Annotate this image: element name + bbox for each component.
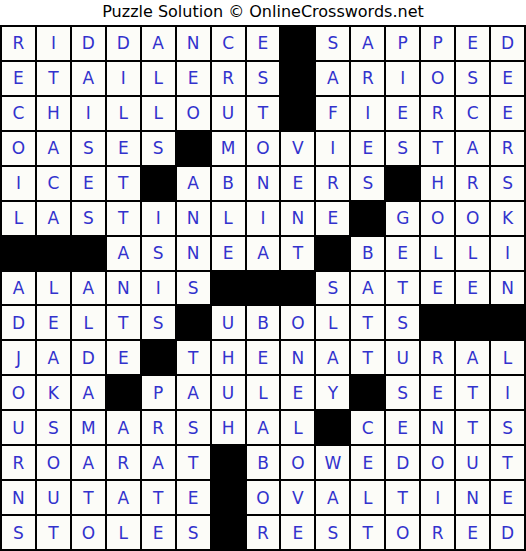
letter-cell: I [107,62,140,95]
letter-cell: T [72,481,105,514]
letter-cell: V [281,481,314,514]
letter-cell: T [142,481,175,514]
letter-cell: I [491,376,524,409]
letter-cell: E [37,306,70,339]
letter-cell: E [491,62,524,95]
letter-cell: O [247,481,280,514]
letter-cell: A [456,341,489,374]
letter-cell: S [177,516,210,549]
letter-cell: O [281,306,314,339]
letter-cell: A [351,27,384,60]
letter-cell: O [247,132,280,165]
letter-cell: P [386,27,419,60]
letter-cell: H [421,167,454,200]
letter-cell: E [351,446,384,479]
letter-cell: N [177,27,210,60]
puzzle-solution-page: Puzzle Solution © OnlineCrosswords.net R… [0,0,526,551]
letter-cell: A [247,237,280,270]
letter-cell: A [142,446,175,479]
letter-cell: L [247,376,280,409]
letter-cell: E [72,167,105,200]
letter-cell: Y [316,376,349,409]
letter-cell: U [37,481,70,514]
letter-cell: L [72,306,105,339]
letter-cell: A [107,237,140,270]
letter-cell: L [37,272,70,305]
black-cell [421,306,454,339]
letter-cell: R [142,411,175,444]
letter-cell: O [72,516,105,549]
letter-cell: S [142,306,175,339]
letter-cell: S [491,167,524,200]
black-cell [281,272,314,305]
letter-cell: I [72,97,105,130]
letter-cell: E [281,167,314,200]
black-cell [281,97,314,130]
letter-cell: S [142,237,175,270]
letter-cell: C [212,27,245,60]
letter-cell: S [316,516,349,549]
letter-cell: T [37,516,70,549]
black-cell [351,202,384,235]
letter-cell: N [421,411,454,444]
letter-cell: A [107,411,140,444]
letter-cell: O [456,202,489,235]
letter-cell: T [456,376,489,409]
letter-cell: R [2,27,35,60]
letter-cell: O [386,516,419,549]
letter-cell: E [281,516,314,549]
letter-cell: N [281,202,314,235]
letter-cell: A [37,202,70,235]
crossword-grid: RIDDANCESAPPEDETAILERSARIOSECHILLOUTFIER… [0,25,526,551]
letter-cell: O [421,446,454,479]
letter-cell: O [281,446,314,479]
black-cell [212,272,245,305]
black-cell [281,62,314,95]
letter-cell: N [107,272,140,305]
letter-cell: L [142,97,175,130]
letter-cell: M [212,132,245,165]
black-cell [177,132,210,165]
letter-cell: A [37,341,70,374]
letter-cell: L [491,341,524,374]
letter-cell: S [386,132,419,165]
letter-cell: T [456,411,489,444]
letter-cell: E [456,516,489,549]
black-cell [386,167,419,200]
letter-cell: O [2,132,35,165]
letter-cell: I [351,97,384,130]
letter-cell: T [37,62,70,95]
letter-cell: T [421,132,454,165]
letter-cell: I [142,272,175,305]
letter-cell: G [386,202,419,235]
letter-cell: F [316,97,349,130]
letter-cell: E [491,97,524,130]
letter-cell: U [386,341,419,374]
letter-cell: E [351,132,384,165]
letter-cell: A [456,132,489,165]
letter-cell: D [2,306,35,339]
letter-cell: O [421,62,454,95]
letter-cell: U [212,376,245,409]
letter-cell: W [316,446,349,479]
letter-cell: D [491,27,524,60]
letter-cell: R [212,62,245,95]
letter-cell: A [351,272,384,305]
letter-cell: E [456,27,489,60]
letter-cell: E [142,516,175,549]
letter-cell: E [316,202,349,235]
letter-cell: S [72,202,105,235]
letter-cell: E [281,376,314,409]
letter-cell: R [316,167,349,200]
letter-cell: T [386,272,419,305]
letter-cell: S [316,272,349,305]
letter-cell: I [2,167,35,200]
letter-cell: J [2,341,35,374]
letter-cell: E [247,27,280,60]
letter-cell: A [72,376,105,409]
letter-cell: K [491,202,524,235]
letter-cell: N [177,202,210,235]
letter-cell: H [37,97,70,130]
letter-cell: L [2,202,35,235]
letter-cell: T [491,446,524,479]
letter-cell: U [212,306,245,339]
letter-cell: R [247,516,280,549]
letter-cell: L [456,237,489,270]
letter-cell: N [177,237,210,270]
letter-cell: T [247,97,280,130]
black-cell [37,237,70,270]
letter-cell: A [37,132,70,165]
letter-cell: E [456,272,489,305]
letter-cell: T [107,202,140,235]
letter-cell: E [386,97,419,130]
black-cell [247,272,280,305]
letter-cell: S [142,132,175,165]
letter-cell: T [386,481,419,514]
letter-cell: B [247,306,280,339]
letter-cell: E [421,272,454,305]
letter-cell: S [2,516,35,549]
letter-cell: A [177,376,210,409]
letter-cell: O [177,97,210,130]
letter-cell: S [37,411,70,444]
letter-cell: A [247,411,280,444]
letter-cell: I [316,132,349,165]
black-cell [2,237,35,270]
letter-cell: O [2,376,35,409]
letter-cell: H [212,341,245,374]
letter-cell: C [351,411,384,444]
black-cell [491,306,524,339]
letter-cell: S [177,411,210,444]
letter-cell: A [107,481,140,514]
letter-cell: C [456,97,489,130]
letter-cell: T [177,341,210,374]
letter-cell: T [107,167,140,200]
letter-cell: T [351,341,384,374]
letter-cell: B [351,237,384,270]
letter-cell: N [491,272,524,305]
letter-cell: T [177,446,210,479]
letter-cell: E [107,132,140,165]
letter-cell: L [212,202,245,235]
letter-cell: A [72,62,105,95]
black-cell [107,376,140,409]
letter-cell: C [2,97,35,130]
letter-cell: R [421,341,454,374]
letter-cell: S [386,376,419,409]
letter-cell: A [142,27,175,60]
letter-cell: R [107,446,140,479]
letter-cell: S [351,167,384,200]
letter-cell: S [72,132,105,165]
letter-cell: D [72,341,105,374]
letter-cell: L [142,62,175,95]
letter-cell: E [386,411,419,444]
letter-cell: I [421,481,454,514]
letter-cell: O [421,202,454,235]
black-cell [281,27,314,60]
letter-cell: T [281,237,314,270]
black-cell [316,411,349,444]
letter-cell: E [2,62,35,95]
letter-cell: A [2,272,35,305]
letter-cell: E [107,341,140,374]
letter-cell: A [177,167,210,200]
letter-cell: R [421,516,454,549]
black-cell [72,237,105,270]
letter-cell: L [421,237,454,270]
letter-cell: N [2,481,35,514]
letter-cell: I [37,27,70,60]
letter-cell: A [316,481,349,514]
letter-cell: D [491,516,524,549]
letter-cell: K [37,376,70,409]
letter-cell: T [107,306,140,339]
black-cell [316,237,349,270]
letter-cell: E [212,237,245,270]
letter-cell: U [2,411,35,444]
letter-cell: E [247,341,280,374]
letter-cell: I [386,62,419,95]
black-cell [212,481,245,514]
letter-cell: P [421,27,454,60]
letter-cell: L [107,516,140,549]
black-cell [142,167,175,200]
letter-cell: A [316,341,349,374]
letter-cell: E [386,237,419,270]
black-cell [212,516,245,549]
letter-cell: A [72,272,105,305]
black-cell [177,306,210,339]
letter-cell: R [491,132,524,165]
letter-cell: R [351,62,384,95]
black-cell [142,341,175,374]
letter-cell: C [37,167,70,200]
letter-cell: A [72,446,105,479]
letter-cell: U [212,97,245,130]
letter-cell: L [316,306,349,339]
letter-cell: L [351,481,384,514]
letter-cell: E [177,481,210,514]
page-title: Puzzle Solution © OnlineCrosswords.net [0,0,526,25]
letter-cell: V [281,132,314,165]
letter-cell: T [351,516,384,549]
letter-cell: S [386,306,419,339]
letter-cell: E [421,376,454,409]
letter-cell: S [491,411,524,444]
letter-cell: R [2,446,35,479]
letter-cell: L [107,97,140,130]
letter-cell: L [281,411,314,444]
letter-cell: H [212,411,245,444]
letter-cell: I [247,202,280,235]
letter-cell: E [491,481,524,514]
letter-cell: E [177,62,210,95]
letter-cell: I [491,237,524,270]
letter-cell: N [247,167,280,200]
letter-cell: M [72,411,105,444]
letter-cell: D [386,446,419,479]
letter-cell: D [107,27,140,60]
letter-cell: A [316,62,349,95]
letter-cell: S [456,62,489,95]
letter-cell: R [421,97,454,130]
letter-cell: B [212,167,245,200]
letter-cell: N [281,341,314,374]
letter-cell: S [177,272,210,305]
letter-cell: B [247,446,280,479]
letter-cell: U [456,446,489,479]
letter-cell: P [142,376,175,409]
letter-cell: O [37,446,70,479]
letter-cell: D [72,27,105,60]
black-cell [212,446,245,479]
letter-cell: I [142,202,175,235]
letter-cell: R [456,167,489,200]
black-cell [351,376,384,409]
black-cell [456,306,489,339]
letter-cell: T [351,306,384,339]
letter-cell: S [316,27,349,60]
letter-cell: S [247,62,280,95]
letter-cell: N [456,481,489,514]
